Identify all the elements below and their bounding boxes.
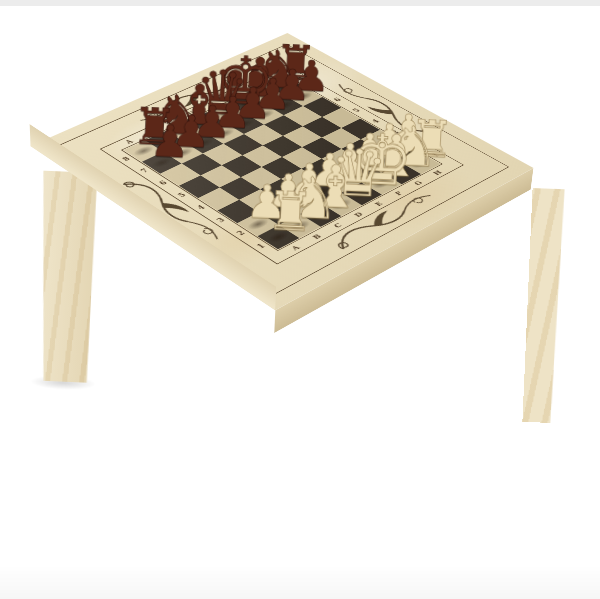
piece-black-pawn[interactable]: ♟ xyxy=(149,119,179,165)
table-leg-right xyxy=(492,187,565,435)
chess-table-top: ABCDEFGH ABCDEFGH 12345678 12345678 ♜♞♝♛… xyxy=(31,33,534,310)
photo-top-edge xyxy=(0,0,600,6)
piece-white-rook[interactable]: ♜ xyxy=(265,184,297,238)
floor xyxy=(0,565,600,599)
table-leg-front xyxy=(156,328,241,597)
table-leg-left xyxy=(34,171,97,383)
photo-background: ABCDEFGH ABCDEFGH 12345678 12345678 ♜♞♝♛… xyxy=(0,0,600,599)
